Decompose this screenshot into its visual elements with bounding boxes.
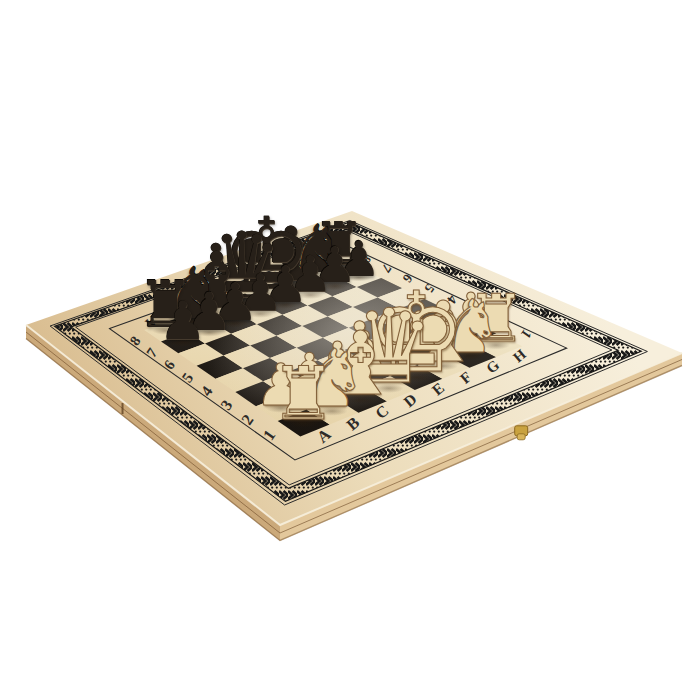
piece-white-rook-a1[interactable]: ♜ bbox=[271, 357, 337, 430]
pieces-layer: ♜♞♟♝♟♚♟♛♟♝♟♞♟♜♟♟♟♟♜♟♞♟♝♟♚♟♛♟♝♟♞♜ bbox=[0, 0, 700, 700]
chess-set-photo: AABBCCDDEEFFGGHH1122334455667788 ♜♞♟♝♟♚♟… bbox=[0, 0, 700, 700]
piece-black-pawn-a7[interactable]: ♟ bbox=[159, 295, 207, 348]
